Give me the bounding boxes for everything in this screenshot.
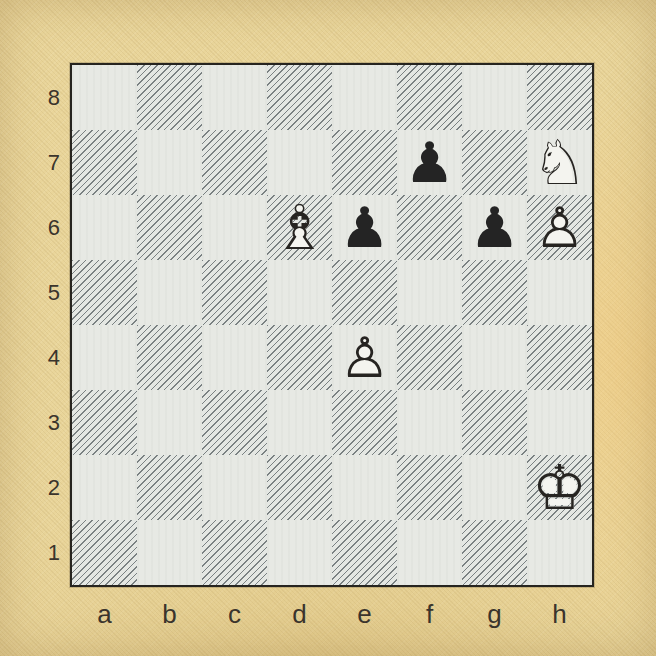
square-d3: [267, 390, 332, 455]
file-label-f: f: [397, 597, 462, 631]
square-h6: ♟♙: [527, 195, 592, 260]
file-label-b: b: [137, 597, 202, 631]
square-f4: [397, 325, 462, 390]
square-g4: [462, 325, 527, 390]
square-a6: [72, 195, 137, 260]
square-b8: [137, 65, 202, 130]
chess-board-frame: ♟♞♘♝♗♟♟♟♙♟♙♚♔: [70, 63, 594, 587]
square-f8: [397, 65, 462, 130]
king-fill-icon: ♚: [527, 455, 592, 520]
square-c8: [202, 65, 267, 130]
square-g5: [462, 260, 527, 325]
square-d2: [267, 455, 332, 520]
square-e1: [332, 520, 397, 585]
square-c4: [202, 325, 267, 390]
square-d5: [267, 260, 332, 325]
square-e7: [332, 130, 397, 195]
square-a4: [72, 325, 137, 390]
chess-board: ♟♞♘♝♗♟♟♟♙♟♙♚♔: [72, 65, 592, 585]
square-f7: ♟: [397, 130, 462, 195]
square-h3: [527, 390, 592, 455]
square-g3: [462, 390, 527, 455]
square-e4: ♟♙: [332, 325, 397, 390]
piece-white-bishop-d6: ♗: [267, 195, 332, 260]
square-b6: [137, 195, 202, 260]
file-label-h: h: [527, 597, 592, 631]
square-a2: [72, 455, 137, 520]
square-a7: [72, 130, 137, 195]
square-c1: [202, 520, 267, 585]
square-b7: [137, 130, 202, 195]
rank-label-5: 5: [24, 260, 62, 325]
square-b3: [137, 390, 202, 455]
rank-label-6: 6: [24, 195, 62, 260]
square-d4: [267, 325, 332, 390]
square-c7: [202, 130, 267, 195]
piece-white-knight-h7: ♘: [527, 130, 592, 195]
rank-label-2: 2: [24, 455, 62, 520]
pawn-fill-icon: ♟: [332, 325, 397, 390]
square-h7: ♞♘: [527, 130, 592, 195]
file-label-e: e: [332, 597, 397, 631]
square-e3: [332, 390, 397, 455]
piece-white-king-h2: ♔: [527, 455, 592, 520]
square-f1: [397, 520, 462, 585]
piece-white-pawn-h6: ♙: [527, 195, 592, 260]
piece-black-pawn-e6: ♟: [332, 195, 397, 260]
square-g2: [462, 455, 527, 520]
bishop-fill-icon: ♝: [267, 195, 332, 260]
square-a3: [72, 390, 137, 455]
square-d6: ♝♗: [267, 195, 332, 260]
square-h5: [527, 260, 592, 325]
file-label-c: c: [202, 597, 267, 631]
square-c6: [202, 195, 267, 260]
square-c5: [202, 260, 267, 325]
square-g6: ♟: [462, 195, 527, 260]
square-g8: [462, 65, 527, 130]
square-f5: [397, 260, 462, 325]
square-e2: [332, 455, 397, 520]
square-d8: [267, 65, 332, 130]
square-b1: [137, 520, 202, 585]
book-page: 87654321 ♟♞♘♝♗♟♟♟♙♟♙♚♔ abcdefgh: [0, 0, 656, 656]
square-b4: [137, 325, 202, 390]
rank-label-4: 4: [24, 325, 62, 390]
square-c3: [202, 390, 267, 455]
square-f3: [397, 390, 462, 455]
pawn-fill-icon: ♟: [527, 195, 592, 260]
square-h4: [527, 325, 592, 390]
square-e8: [332, 65, 397, 130]
piece-white-pawn-e4: ♙: [332, 325, 397, 390]
square-f2: [397, 455, 462, 520]
rank-label-7: 7: [24, 130, 62, 195]
square-a8: [72, 65, 137, 130]
square-c2: [202, 455, 267, 520]
square-h1: [527, 520, 592, 585]
rank-label-1: 1: [24, 520, 62, 585]
knight-fill-icon: ♞: [527, 130, 592, 195]
square-d7: [267, 130, 332, 195]
square-h8: [527, 65, 592, 130]
square-b2: [137, 455, 202, 520]
file-label-a: a: [72, 597, 137, 631]
rank-label-3: 3: [24, 390, 62, 455]
piece-black-pawn-g6: ♟: [462, 195, 527, 260]
square-g7: [462, 130, 527, 195]
square-g1: [462, 520, 527, 585]
file-label-d: d: [267, 597, 332, 631]
file-labels: abcdefgh: [72, 597, 592, 631]
file-label-g: g: [462, 597, 527, 631]
square-d1: [267, 520, 332, 585]
square-a1: [72, 520, 137, 585]
piece-black-pawn-f7: ♟: [397, 130, 462, 195]
rank-labels: 87654321: [24, 65, 62, 585]
square-e6: ♟: [332, 195, 397, 260]
square-a5: [72, 260, 137, 325]
square-h2: ♚♔: [527, 455, 592, 520]
square-e5: [332, 260, 397, 325]
square-b5: [137, 260, 202, 325]
square-f6: [397, 195, 462, 260]
rank-label-8: 8: [24, 65, 62, 130]
